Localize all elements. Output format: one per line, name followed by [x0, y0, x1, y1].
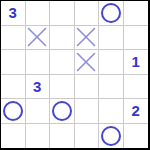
cell-r3c2[interactable]	[50, 75, 75, 100]
circle-mark-icon	[101, 3, 121, 23]
cell-r4c2[interactable]	[50, 99, 75, 124]
clue-number: 2	[132, 103, 140, 118]
cell-r2c5: 1	[124, 50, 149, 75]
cell-r3c3[interactable]	[75, 75, 100, 100]
cell-r4c4[interactable]	[99, 99, 124, 124]
cell-r1c3[interactable]	[75, 26, 100, 51]
cell-r5c1[interactable]	[26, 124, 51, 149]
cell-r4c3[interactable]	[75, 99, 100, 124]
cell-r1c1[interactable]	[26, 26, 51, 51]
cell-r3c4[interactable]	[99, 75, 124, 100]
cell-r3c0[interactable]	[1, 75, 26, 100]
cell-r2c2[interactable]	[50, 50, 75, 75]
circle-mark-icon	[52, 101, 72, 121]
cell-r0c1[interactable]	[26, 1, 51, 26]
puzzle-board: 3132	[0, 0, 150, 150]
circle-mark-icon	[101, 126, 121, 146]
cell-r0c4[interactable]	[99, 1, 124, 26]
cell-r5c4[interactable]	[99, 124, 124, 149]
cell-r5c0[interactable]	[1, 124, 26, 149]
cross-mark-icon	[27, 27, 47, 47]
cell-r2c0[interactable]	[1, 50, 26, 75]
cell-r0c3[interactable]	[75, 1, 100, 26]
cell-r2c1[interactable]	[26, 50, 51, 75]
cell-r3c1: 3	[26, 75, 51, 100]
cell-r0c0: 3	[1, 1, 26, 26]
cell-r0c5[interactable]	[124, 1, 149, 26]
cell-r2c3[interactable]	[75, 50, 100, 75]
cell-r5c5[interactable]	[124, 124, 149, 149]
cell-r5c2[interactable]	[50, 124, 75, 149]
cell-r4c0[interactable]	[1, 99, 26, 124]
clue-number: 3	[9, 5, 17, 20]
cell-r0c2[interactable]	[50, 1, 75, 26]
cell-r1c5[interactable]	[124, 26, 149, 51]
clue-number: 3	[33, 79, 41, 94]
cell-r1c2[interactable]	[50, 26, 75, 51]
cross-mark-icon	[76, 52, 96, 72]
cell-r5c3[interactable]	[75, 124, 100, 149]
cell-r4c1[interactable]	[26, 99, 51, 124]
cell-r2c4[interactable]	[99, 50, 124, 75]
clue-number: 1	[132, 54, 140, 69]
cell-r4c5: 2	[124, 99, 149, 124]
circle-mark-icon	[3, 101, 23, 121]
cross-mark-icon	[76, 27, 96, 47]
cell-r3c5[interactable]	[124, 75, 149, 100]
cell-r1c4[interactable]	[99, 26, 124, 51]
cell-r1c0[interactable]	[1, 26, 26, 51]
